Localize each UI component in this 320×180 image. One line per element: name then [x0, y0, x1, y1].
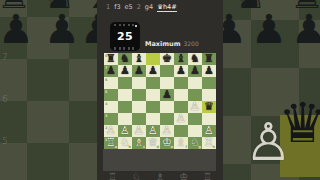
file-coordinate: f [185, 145, 187, 149]
chip-pins-bottom [114, 47, 136, 50]
file-coordinate: a [115, 145, 117, 149]
bg-rank-label: 5 [2, 136, 8, 146]
piece-black-c7: ♟ [134, 65, 144, 77]
square-f6[interactable] [174, 77, 188, 89]
rank-coordinate: 1 [105, 138, 107, 142]
square-e1[interactable]: e♔ [160, 137, 174, 149]
bg-pawn-icon: ♟ [223, 9, 247, 49]
rank-coordinate: 2 [105, 126, 107, 130]
ghost-piece-icon: ♖ [108, 171, 117, 180]
below-board-band [103, 149, 216, 171]
engine-panel: 25 Maximum 3200 [110, 22, 199, 51]
square-e7[interactable] [160, 65, 174, 77]
square-c6[interactable] [132, 77, 146, 89]
square-a1[interactable]: 1a♖ [104, 137, 118, 149]
square-e5[interactable]: ♟ [160, 89, 174, 101]
engine-rating: 3200 [183, 40, 198, 47]
square-f3[interactable]: ♙ [174, 113, 188, 125]
bottom-ghost-pieces: ♖♘♗♔♖ [104, 171, 216, 180]
square-g7[interactable]: ♟ [188, 65, 202, 77]
chess-board: 8♜♞♝♚♝♞♜7♟♟♟♟♟♟♟65♟4♙♛3♙2♙♙♙♙♙♙1a♖b♘c♗d♕… [104, 53, 216, 149]
piece-black-g7: ♟ [190, 65, 200, 77]
rank-coordinate: 6 [105, 78, 107, 82]
square-d7[interactable]: ♟ [146, 65, 160, 77]
background-left-panel: ♜ ♞ ♝ ♟ ♟ ♟ 7 6 5 [0, 0, 97, 180]
square-a4[interactable]: 4 [104, 101, 118, 113]
bg-rank-label: 6 [2, 94, 8, 104]
square-c1[interactable]: c♗ [132, 137, 146, 149]
square-h7[interactable]: ♟ [202, 65, 216, 77]
engine-name: Maximum [145, 40, 180, 48]
bg-pawn-icon: ♟ [80, 9, 97, 49]
move-item[interactable]: g4 [145, 3, 153, 11]
move-item[interactable]: f3 [114, 3, 120, 11]
square-g4[interactable]: ♙ [188, 101, 202, 113]
file-coordinate: c [143, 145, 145, 149]
square-h4[interactable]: ♛ [202, 101, 216, 113]
chip-dot [135, 25, 137, 27]
rank-coordinate: 3 [105, 114, 107, 118]
square-c7[interactable]: ♟ [132, 65, 146, 77]
ghost-piece-icon: ♗ [156, 171, 165, 180]
piece-black-h7: ♟ [204, 65, 214, 77]
piece-white-f1: ♗ [176, 137, 186, 149]
square-c4[interactable] [132, 101, 146, 113]
square-d6[interactable] [146, 77, 160, 89]
square-g6[interactable] [188, 77, 202, 89]
square-g1[interactable]: g♘ [188, 137, 202, 149]
rank-coordinate: 7 [105, 66, 107, 70]
piece-black-h4: ♛ [204, 101, 214, 113]
square-d4[interactable] [146, 101, 160, 113]
file-coordinate: h [213, 145, 216, 149]
piece-white-g4: ♙ [190, 101, 200, 113]
ghost-piece-icon: ♖ [203, 171, 212, 180]
video-frame: ♜ ♞ ♝ ♟ ♟ ♟ 7 6 5 ♞ ♜ ♟ ♟ ♟ ♙ ♛ 1f3e52g4… [0, 0, 320, 180]
bg-pawn-icon: ♟ [44, 9, 80, 49]
square-b1[interactable]: b♘ [118, 137, 132, 149]
file-coordinate: d [156, 145, 159, 149]
piece-black-f7: ♟ [176, 65, 186, 77]
square-h6[interactable] [202, 77, 216, 89]
square-b5[interactable] [118, 89, 132, 101]
file-coordinate: e [171, 145, 173, 149]
square-b4[interactable] [118, 101, 132, 113]
rank-coordinate: 5 [105, 90, 107, 94]
square-e4[interactable] [160, 101, 174, 113]
square-d5[interactable] [146, 89, 160, 101]
square-h1[interactable]: h♖ [202, 137, 216, 149]
file-coordinate: b [128, 145, 131, 149]
square-e8[interactable]: ♚ [160, 53, 174, 65]
bg-black-queen-icon: ♛ [278, 96, 320, 151]
piece-black-d7: ♟ [148, 65, 158, 77]
ghost-piece-icon: ♘ [132, 171, 141, 180]
chip-pins-top [114, 24, 136, 27]
engine-chip-icon: 25 [110, 22, 140, 51]
piece-black-e8: ♚ [162, 53, 172, 65]
square-f7[interactable]: ♟ [174, 65, 188, 77]
square-f1[interactable]: f♗ [174, 137, 188, 149]
bg-rank-label: 7 [2, 52, 8, 62]
bg-pawn-icon: ♟ [0, 9, 34, 49]
square-a6[interactable]: 6 [104, 77, 118, 89]
square-b7[interactable]: ♟ [118, 65, 132, 77]
square-a5[interactable]: 5 [104, 89, 118, 101]
move-item[interactable]: ♛h4# [157, 3, 177, 12]
rank-coordinate: 4 [105, 102, 107, 106]
piece-black-e5: ♟ [162, 89, 172, 101]
background-right-panel: ♞ ♜ ♟ ♟ ♟ ♙ ♛ [223, 0, 320, 180]
piece-white-f3: ♙ [176, 113, 186, 125]
square-a7[interactable]: 7♟ [104, 65, 118, 77]
move-list: 1f3e52g4♛h4# [106, 3, 177, 12]
bg-pawn-icon: ♟ [291, 9, 320, 49]
move-item[interactable]: e5 [125, 3, 133, 11]
piece-black-a7: ♟ [106, 65, 116, 77]
square-c5[interactable] [132, 89, 146, 101]
engine-level: 25 [117, 30, 133, 43]
ghost-piece-icon: ♔ [179, 171, 188, 180]
bg-pawn-icon: ♟ [251, 9, 287, 49]
square-f5[interactable] [174, 89, 188, 101]
piece-black-b7: ♟ [120, 65, 130, 77]
file-coordinate: g [198, 145, 201, 149]
move-number: 1 [106, 3, 110, 11]
square-g3[interactable] [188, 113, 202, 125]
square-b6[interactable] [118, 77, 132, 89]
video-content-column: 1f3e52g4♛h4# 25 Maximum 3200 8♜♞♝♚♝♞♜7♟♟… [97, 0, 223, 180]
move-number: 2 [137, 3, 141, 11]
rank-coordinate: 8 [105, 54, 107, 58]
square-d1[interactable]: d♕ [146, 137, 160, 149]
